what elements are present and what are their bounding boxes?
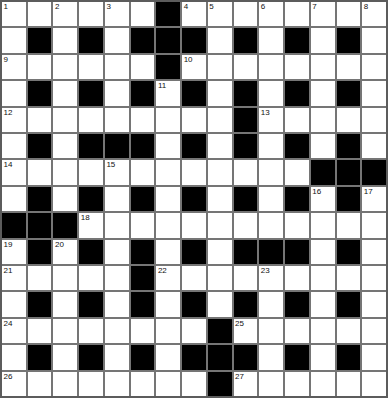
cell-r5c9[interactable]	[208, 108, 232, 132]
cell-r7c5[interactable]: 15	[105, 160, 129, 184]
cell-r1c5[interactable]: 3	[105, 2, 129, 26]
cell-r11c1[interactable]: 21	[2, 266, 26, 290]
block-cell-r14c10	[234, 345, 258, 369]
cell-r13c11[interactable]	[259, 319, 283, 343]
clue-number-23: 23	[261, 266, 270, 275]
cell-r13c15[interactable]	[362, 319, 386, 343]
cell-r11c8[interactable]	[182, 266, 206, 290]
block-cell-r14c2	[28, 345, 52, 369]
cell-r5c12[interactable]	[285, 108, 309, 132]
cell-r15c1[interactable]: 26	[2, 372, 26, 396]
cell-r6c3[interactable]	[53, 134, 77, 158]
cell-r9c13[interactable]	[311, 213, 335, 237]
block-cell-r10c10	[234, 240, 258, 264]
cell-r11c9[interactable]	[208, 266, 232, 290]
block-cell-r11c6	[131, 266, 155, 290]
cell-r6c9[interactable]	[208, 134, 232, 158]
cell-r7c12[interactable]	[285, 160, 309, 184]
cell-r5c14[interactable]	[337, 108, 361, 132]
cell-r11c2[interactable]	[28, 266, 52, 290]
cell-r1c10[interactable]	[234, 2, 258, 26]
cell-r7c2[interactable]	[28, 160, 52, 184]
block-cell-r9c1	[2, 213, 26, 237]
cell-r9c8[interactable]	[182, 213, 206, 237]
cell-r1c3[interactable]: 2	[53, 2, 77, 26]
cell-r12c3[interactable]	[53, 292, 77, 316]
cell-r7c11[interactable]	[259, 160, 283, 184]
cell-r10c9[interactable]	[208, 240, 232, 264]
cell-r2c9[interactable]	[208, 28, 232, 52]
cell-r15c11[interactable]	[259, 372, 283, 396]
block-cell-r14c4	[79, 345, 103, 369]
cell-r3c14[interactable]	[337, 55, 361, 79]
clue-number-1: 1	[4, 2, 8, 11]
cell-r3c13[interactable]	[311, 55, 335, 79]
block-cell-r6c12	[285, 134, 309, 158]
cell-r7c4[interactable]	[79, 160, 103, 184]
cell-r15c15[interactable]	[362, 372, 386, 396]
cell-r1c2[interactable]	[28, 2, 52, 26]
clue-number-15: 15	[106, 160, 115, 169]
cell-r1c9[interactable]: 5	[208, 2, 232, 26]
block-cell-r6c2	[28, 134, 52, 158]
cell-r3c10[interactable]	[234, 55, 258, 79]
cell-r10c1[interactable]: 19	[2, 240, 26, 264]
block-cell-r7c15	[362, 160, 386, 184]
cell-r7c8[interactable]	[182, 160, 206, 184]
clue-number-24: 24	[4, 319, 13, 328]
cell-r1c12[interactable]	[285, 2, 309, 26]
cell-r1c6[interactable]	[131, 2, 155, 26]
clue-number-7: 7	[312, 2, 316, 11]
block-cell-r10c8	[182, 240, 206, 264]
cell-r15c2[interactable]	[28, 372, 52, 396]
cell-r5c2[interactable]	[28, 108, 52, 132]
block-cell-r14c6	[131, 345, 155, 369]
block-cell-r5c10	[234, 108, 258, 132]
cell-r8c1[interactable]	[2, 187, 26, 211]
block-cell-r6c6	[131, 134, 155, 158]
block-cell-r10c12	[285, 240, 309, 264]
block-cell-r2c6	[131, 28, 155, 52]
block-cell-r15c9	[208, 372, 232, 396]
cell-r14c7[interactable]	[156, 345, 180, 369]
cell-r8c7[interactable]	[156, 187, 180, 211]
cell-r5c3[interactable]	[53, 108, 77, 132]
block-cell-r4c8	[182, 81, 206, 105]
cell-r15c4[interactable]	[79, 372, 103, 396]
block-cell-r7c14	[337, 160, 361, 184]
cell-r13c6[interactable]	[131, 319, 155, 343]
cell-r15c3[interactable]	[53, 372, 77, 396]
cell-r14c11[interactable]	[259, 345, 283, 369]
cell-r1c1[interactable]: 1	[2, 2, 26, 26]
cell-r15c10[interactable]: 27	[234, 372, 258, 396]
cell-r12c5[interactable]	[105, 292, 129, 316]
block-cell-r2c12	[285, 28, 309, 52]
block-cell-r13c9	[208, 319, 232, 343]
cell-r6c11[interactable]	[259, 134, 283, 158]
clue-number-21: 21	[4, 266, 13, 275]
cell-r5c8[interactable]	[182, 108, 206, 132]
cell-r2c15[interactable]	[362, 28, 386, 52]
cell-r14c15[interactable]	[362, 345, 386, 369]
cell-r3c11[interactable]	[259, 55, 283, 79]
cell-r2c13[interactable]	[311, 28, 335, 52]
cell-r11c7[interactable]: 22	[156, 266, 180, 290]
cell-r10c13[interactable]	[311, 240, 335, 264]
block-cell-r14c12	[285, 345, 309, 369]
block-cell-r12c10	[234, 292, 258, 316]
cell-r13c5[interactable]	[105, 319, 129, 343]
cell-r3c8[interactable]: 10	[182, 55, 206, 79]
block-cell-r12c14	[337, 292, 361, 316]
cell-r10c5[interactable]	[105, 240, 129, 264]
clue-number-8: 8	[364, 2, 368, 11]
cell-r11c5[interactable]	[105, 266, 129, 290]
cell-r13c4[interactable]	[79, 319, 103, 343]
block-cell-r2c10	[234, 28, 258, 52]
cell-r5c4[interactable]	[79, 108, 103, 132]
clue-number-14: 14	[4, 160, 13, 169]
cell-r15c13[interactable]	[311, 372, 335, 396]
cell-r3c6[interactable]	[131, 55, 155, 79]
cell-r3c1[interactable]: 9	[2, 55, 26, 79]
clue-number-12: 12	[4, 108, 13, 117]
cell-r13c8[interactable]	[182, 319, 206, 343]
clue-number-22: 22	[158, 266, 167, 275]
block-cell-r12c6	[131, 292, 155, 316]
cell-r3c2[interactable]	[28, 55, 52, 79]
cell-r9c14[interactable]	[337, 213, 361, 237]
cell-r12c13[interactable]	[311, 292, 335, 316]
cell-r6c7[interactable]	[156, 134, 180, 158]
cell-r1c15[interactable]: 8	[362, 2, 386, 26]
cell-r9c15[interactable]	[362, 213, 386, 237]
cell-r7c9[interactable]	[208, 160, 232, 184]
cell-r15c7[interactable]	[156, 372, 180, 396]
block-cell-r12c8	[182, 292, 206, 316]
cell-r13c12[interactable]	[285, 319, 309, 343]
cell-r5c1[interactable]: 12	[2, 108, 26, 132]
block-cell-r3c7	[156, 55, 180, 79]
cell-r12c11[interactable]	[259, 292, 283, 316]
block-cell-r1c7	[156, 2, 180, 26]
cell-r11c11[interactable]: 23	[259, 266, 283, 290]
cell-r14c13[interactable]	[311, 345, 335, 369]
block-cell-r10c6	[131, 240, 155, 264]
clue-number-4: 4	[184, 2, 188, 11]
clue-number-10: 10	[184, 55, 193, 64]
clue-number-17: 17	[364, 187, 373, 196]
cell-r2c1[interactable]	[2, 28, 26, 52]
block-cell-r6c10	[234, 134, 258, 158]
clue-number-2: 2	[55, 2, 59, 11]
cell-r15c6[interactable]	[131, 372, 155, 396]
cell-r4c11[interactable]	[259, 81, 283, 105]
cell-r14c5[interactable]	[105, 345, 129, 369]
crossword-grid: 1234567891011121314151617181920212223242…	[0, 0, 388, 398]
cell-r10c15[interactable]	[362, 240, 386, 264]
cell-r8c11[interactable]	[259, 187, 283, 211]
block-cell-r4c6	[131, 81, 155, 105]
clue-number-13: 13	[261, 108, 270, 117]
cell-r4c15[interactable]	[362, 81, 386, 105]
cell-r12c7[interactable]	[156, 292, 180, 316]
clue-number-5: 5	[209, 2, 213, 11]
cell-r1c8[interactable]: 4	[182, 2, 206, 26]
clue-number-26: 26	[4, 372, 13, 381]
block-cell-r6c8	[182, 134, 206, 158]
cell-r13c2[interactable]	[28, 319, 52, 343]
cell-r5c5[interactable]	[105, 108, 129, 132]
block-cell-r8c8	[182, 187, 206, 211]
cell-r13c10[interactable]: 25	[234, 319, 258, 343]
cell-r3c15[interactable]	[362, 55, 386, 79]
cell-r11c13[interactable]	[311, 266, 335, 290]
cell-r10c7[interactable]	[156, 240, 180, 264]
cell-r15c8[interactable]	[182, 372, 206, 396]
cell-r9c11[interactable]	[259, 213, 283, 237]
cell-r3c9[interactable]	[208, 55, 232, 79]
cell-r6c1[interactable]	[2, 134, 26, 158]
block-cell-r10c2	[28, 240, 52, 264]
cell-r3c3[interactable]	[53, 55, 77, 79]
cell-r4c9[interactable]	[208, 81, 232, 105]
cell-r4c7[interactable]: 11	[156, 81, 180, 105]
block-cell-r7c13	[311, 160, 335, 184]
block-cell-r6c4	[79, 134, 103, 158]
cell-r2c5[interactable]	[105, 28, 129, 52]
cell-r12c1[interactable]	[2, 292, 26, 316]
cell-r9c4[interactable]: 18	[79, 213, 103, 237]
cell-r3c12[interactable]	[285, 55, 309, 79]
clue-number-9: 9	[4, 55, 8, 64]
cell-r11c3[interactable]	[53, 266, 77, 290]
cell-r8c15[interactable]: 17	[362, 187, 386, 211]
cell-r2c11[interactable]	[259, 28, 283, 52]
cell-r15c5[interactable]	[105, 372, 129, 396]
block-cell-r8c10	[234, 187, 258, 211]
cell-r9c9[interactable]	[208, 213, 232, 237]
cell-r12c15[interactable]	[362, 292, 386, 316]
block-cell-r2c7	[156, 28, 180, 52]
block-cell-r14c14	[337, 345, 361, 369]
block-cell-r4c10	[234, 81, 258, 105]
cell-r9c10[interactable]	[234, 213, 258, 237]
block-cell-r4c2	[28, 81, 52, 105]
clue-number-11: 11	[158, 81, 166, 90]
block-cell-r6c5	[105, 134, 129, 158]
block-cell-r10c11	[259, 240, 283, 264]
block-cell-r8c4	[79, 187, 103, 211]
block-cell-r14c8	[182, 345, 206, 369]
cell-r8c5[interactable]	[105, 187, 129, 211]
cell-r6c15[interactable]	[362, 134, 386, 158]
clue-number-25: 25	[235, 319, 244, 328]
block-cell-r8c12	[285, 187, 309, 211]
cell-r5c13[interactable]	[311, 108, 335, 132]
block-cell-r14c9	[208, 345, 232, 369]
cell-r9c7[interactable]	[156, 213, 180, 237]
cell-r1c4[interactable]	[79, 2, 103, 26]
block-cell-r12c4	[79, 292, 103, 316]
cell-r9c5[interactable]	[105, 213, 129, 237]
block-cell-r6c14	[337, 134, 361, 158]
cell-r9c12[interactable]	[285, 213, 309, 237]
cell-r5c11[interactable]: 13	[259, 108, 283, 132]
cell-r9c6[interactable]	[131, 213, 155, 237]
block-cell-r2c14	[337, 28, 361, 52]
block-cell-r4c14	[337, 81, 361, 105]
cell-r5c6[interactable]	[131, 108, 155, 132]
clue-number-20: 20	[55, 240, 64, 249]
cell-r11c4[interactable]	[79, 266, 103, 290]
cell-r7c7[interactable]	[156, 160, 180, 184]
cell-r7c1[interactable]: 14	[2, 160, 26, 184]
cell-r13c7[interactable]	[156, 319, 180, 343]
clue-number-18: 18	[81, 213, 90, 222]
block-cell-r12c12	[285, 292, 309, 316]
cell-r11c12[interactable]	[285, 266, 309, 290]
clue-number-6: 6	[261, 2, 265, 11]
cell-r6c13[interactable]	[311, 134, 335, 158]
cell-r14c1[interactable]	[2, 345, 26, 369]
cell-r8c3[interactable]	[53, 187, 77, 211]
cell-r14c3[interactable]	[53, 345, 77, 369]
cell-r2c3[interactable]	[53, 28, 77, 52]
clue-number-19: 19	[4, 240, 13, 249]
cell-r13c13[interactable]	[311, 319, 335, 343]
cell-r1c13[interactable]: 7	[311, 2, 335, 26]
block-cell-r4c4	[79, 81, 103, 105]
block-cell-r10c4	[79, 240, 103, 264]
cell-r8c9[interactable]	[208, 187, 232, 211]
block-cell-r12c2	[28, 292, 52, 316]
cell-r4c3[interactable]	[53, 81, 77, 105]
clue-number-3: 3	[106, 2, 110, 11]
cell-r11c14[interactable]	[337, 266, 361, 290]
block-cell-r9c2	[28, 213, 52, 237]
cell-r13c1[interactable]: 24	[2, 319, 26, 343]
block-cell-r2c4	[79, 28, 103, 52]
cell-r5c15[interactable]	[362, 108, 386, 132]
block-cell-r8c6	[131, 187, 155, 211]
block-cell-r9c3	[53, 213, 77, 237]
cell-r5c7[interactable]	[156, 108, 180, 132]
cell-r11c10[interactable]	[234, 266, 258, 290]
cell-r3c4[interactable]	[79, 55, 103, 79]
block-cell-r10c14	[337, 240, 361, 264]
cell-r8c13[interactable]: 16	[311, 187, 335, 211]
cell-r1c11[interactable]: 6	[259, 2, 283, 26]
cell-r11c15[interactable]	[362, 266, 386, 290]
cell-r7c6[interactable]	[131, 160, 155, 184]
cell-r12c9[interactable]	[208, 292, 232, 316]
clue-number-16: 16	[312, 187, 321, 196]
cell-r13c3[interactable]	[53, 319, 77, 343]
cell-r4c13[interactable]	[311, 81, 335, 105]
clue-number-27: 27	[235, 372, 244, 381]
cell-r15c12[interactable]	[285, 372, 309, 396]
block-cell-r2c2	[28, 28, 52, 52]
block-cell-r8c2	[28, 187, 52, 211]
cell-r13c14[interactable]	[337, 319, 361, 343]
cell-r1c14[interactable]	[337, 2, 361, 26]
cell-r15c14[interactable]	[337, 372, 361, 396]
cell-r10c3[interactable]: 20	[53, 240, 77, 264]
cell-r3c5[interactable]	[105, 55, 129, 79]
cell-r4c1[interactable]	[2, 81, 26, 105]
block-cell-r8c14	[337, 187, 361, 211]
block-cell-r2c8	[182, 28, 206, 52]
cell-r4c5[interactable]	[105, 81, 129, 105]
block-cell-r4c12	[285, 81, 309, 105]
cell-r7c3[interactable]	[53, 160, 77, 184]
cell-r7c10[interactable]	[234, 160, 258, 184]
